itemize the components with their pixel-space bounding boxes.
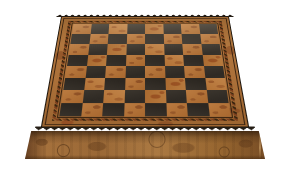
square-c4[interactable] [105, 66, 125, 78]
square-h3[interactable] [205, 78, 227, 90]
square-c3[interactable] [104, 78, 125, 90]
square-b4[interactable] [85, 66, 106, 78]
square-h7[interactable] [200, 34, 220, 44]
square-d1[interactable] [124, 103, 145, 117]
square-d8[interactable] [127, 24, 145, 34]
product-photo [0, 0, 290, 171]
square-d7[interactable] [126, 34, 145, 44]
square-a4[interactable] [65, 66, 86, 78]
square-b8[interactable] [90, 24, 109, 34]
square-b3[interactable] [84, 78, 105, 90]
square-b6[interactable] [88, 44, 108, 55]
square-b1[interactable] [81, 103, 103, 117]
square-a5[interactable] [67, 55, 88, 66]
square-f5[interactable] [164, 55, 184, 66]
sawtooth-trim-bottom [35, 127, 256, 131]
square-a7[interactable] [70, 34, 90, 44]
square-e6[interactable] [145, 44, 164, 55]
square-d3[interactable] [125, 78, 145, 90]
square-b5[interactable] [87, 55, 107, 66]
square-a3[interactable] [63, 78, 85, 90]
board-storage-case [25, 131, 265, 159]
square-h8[interactable] [199, 24, 218, 34]
chessboard [42, 17, 248, 126]
square-g3[interactable] [185, 78, 206, 90]
square-d2[interactable] [124, 90, 145, 103]
square-d5[interactable] [126, 55, 146, 66]
square-a8[interactable] [72, 24, 91, 34]
board-grid [59, 24, 230, 116]
square-f3[interactable] [165, 78, 186, 90]
square-b7[interactable] [89, 34, 108, 44]
square-c7[interactable] [108, 34, 127, 44]
square-e1[interactable] [145, 103, 166, 117]
square-f2[interactable] [165, 90, 186, 103]
square-e5[interactable] [145, 55, 165, 66]
square-g6[interactable] [182, 44, 202, 55]
square-e8[interactable] [145, 24, 163, 34]
square-e7[interactable] [145, 34, 164, 44]
map-print-border [42, 17, 248, 126]
square-a1[interactable] [59, 103, 82, 117]
square-h2[interactable] [206, 90, 228, 103]
square-d4[interactable] [125, 66, 145, 78]
square-f6[interactable] [164, 44, 183, 55]
square-g8[interactable] [181, 24, 200, 34]
square-h4[interactable] [204, 66, 225, 78]
square-a2[interactable] [61, 90, 83, 103]
square-b2[interactable] [82, 90, 104, 103]
square-f8[interactable] [163, 24, 182, 34]
square-g1[interactable] [187, 103, 209, 117]
square-e4[interactable] [145, 66, 165, 78]
square-h1[interactable] [208, 103, 231, 117]
square-g4[interactable] [184, 66, 205, 78]
square-f1[interactable] [166, 103, 188, 117]
square-c5[interactable] [106, 55, 126, 66]
square-d6[interactable] [126, 44, 145, 55]
square-c2[interactable] [103, 90, 124, 103]
square-c8[interactable] [108, 24, 127, 34]
square-f7[interactable] [163, 34, 182, 44]
square-h5[interactable] [202, 55, 223, 66]
square-c1[interactable] [102, 103, 124, 117]
square-a6[interactable] [69, 44, 89, 55]
square-c6[interactable] [107, 44, 126, 55]
square-h6[interactable] [201, 44, 221, 55]
square-g5[interactable] [183, 55, 203, 66]
square-f4[interactable] [165, 66, 185, 78]
square-e3[interactable] [145, 78, 165, 90]
square-g7[interactable] [182, 34, 201, 44]
square-g2[interactable] [186, 90, 208, 103]
square-e2[interactable] [145, 90, 166, 103]
